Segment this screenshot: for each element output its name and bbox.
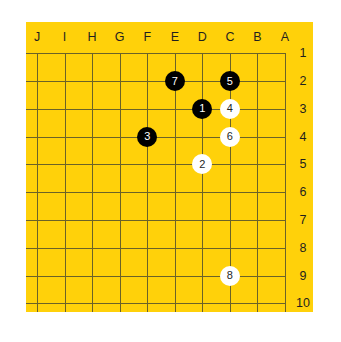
move-number: 3: [144, 131, 150, 142]
stone-black-move-1: 1: [192, 99, 212, 119]
column-label-h: H: [88, 31, 97, 44]
row-label-7: 7: [300, 214, 307, 227]
column-label-j: J: [34, 31, 40, 44]
column-label-b: B: [253, 31, 261, 44]
stone-black-move-3: 3: [137, 127, 157, 147]
page: JIHGFEDCBA1234567891012345678: [0, 0, 341, 342]
row-label-5: 5: [300, 158, 307, 171]
column-label-f: F: [143, 31, 151, 44]
grid-line-vertical-a: [285, 53, 286, 312]
move-number: 7: [172, 76, 178, 87]
row-label-6: 6: [300, 186, 307, 199]
stone-white-move-4: 4: [220, 99, 240, 119]
go-board[interactable]: JIHGFEDCBA1234567891012345678: [26, 22, 313, 312]
move-number: 2: [199, 159, 205, 170]
stone-black-move-7: 7: [165, 71, 185, 91]
row-label-3: 3: [300, 103, 307, 116]
move-number: 4: [227, 103, 233, 114]
column-label-a: A: [281, 31, 289, 44]
move-number: 6: [227, 131, 233, 142]
row-label-2: 2: [300, 75, 307, 88]
row-label-1: 1: [300, 47, 307, 60]
grid-line-vertical-f: [147, 53, 148, 312]
grid-line-vertical-b: [257, 53, 258, 312]
move-number: 5: [227, 76, 233, 87]
column-label-i: I: [63, 31, 66, 44]
stone-white-move-2: 2: [192, 154, 212, 174]
move-number: 1: [199, 103, 205, 114]
grid-line-vertical-h: [92, 53, 93, 312]
stone-white-move-8: 8: [220, 266, 240, 286]
row-label-9: 9: [300, 269, 307, 282]
grid-line-vertical-e: [175, 53, 176, 312]
grid-line-vertical-d: [202, 53, 203, 312]
grid-line-vertical-g: [120, 53, 121, 312]
column-label-g: G: [115, 31, 125, 44]
row-label-8: 8: [300, 242, 307, 255]
stone-white-move-6: 6: [220, 127, 240, 147]
stone-black-move-5: 5: [220, 71, 240, 91]
column-label-d: D: [198, 31, 207, 44]
row-label-4: 4: [300, 130, 307, 143]
row-label-10: 10: [296, 297, 310, 310]
grid-line-vertical-j: [37, 53, 38, 312]
column-label-e: E: [171, 31, 179, 44]
move-number: 8: [227, 270, 233, 281]
column-label-c: C: [225, 31, 234, 44]
grid-line-vertical-i: [65, 53, 66, 312]
